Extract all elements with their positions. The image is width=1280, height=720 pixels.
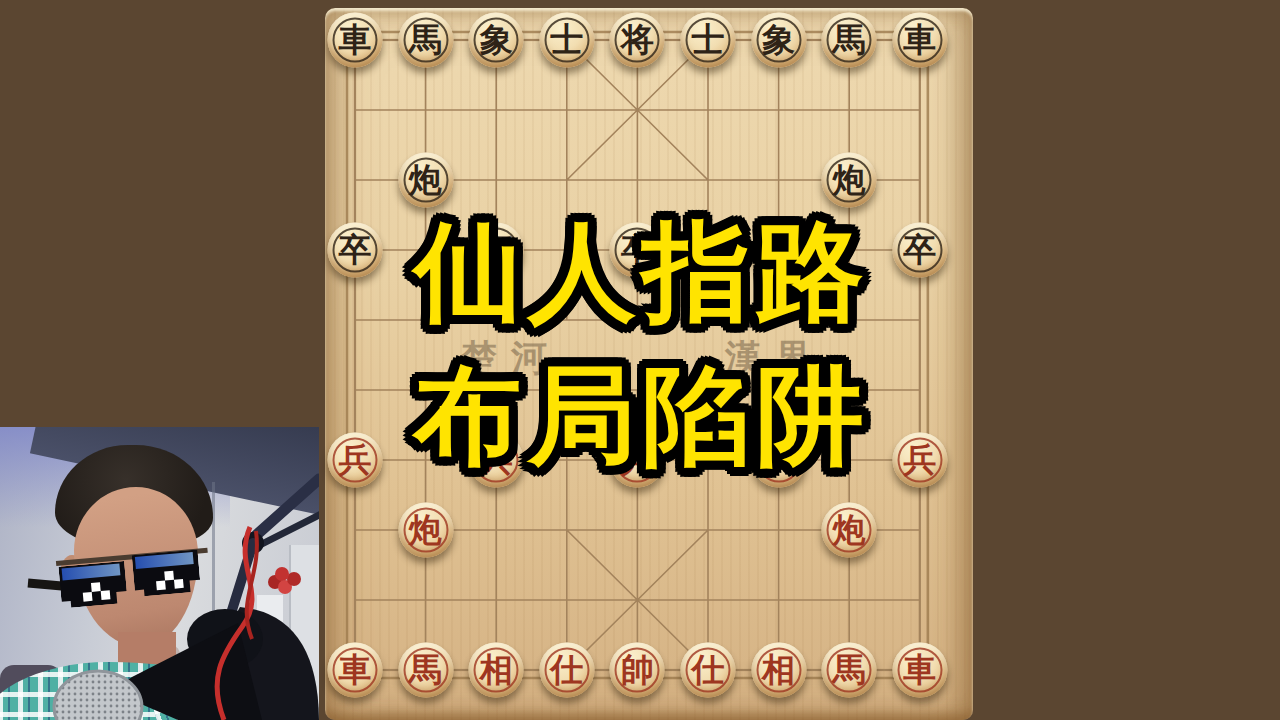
piece-glyph: 仕 [550, 653, 583, 686]
piece-red-soldier[interactable]: 兵 [328, 433, 383, 488]
piece-red-elephant[interactable]: 相 [751, 643, 806, 698]
streamer-webcam [0, 427, 319, 720]
piece-black-advisor[interactable]: 士 [539, 13, 594, 68]
piece-black-chariot[interactable]: 車 [892, 13, 947, 68]
piece-glyph: 炮 [409, 513, 442, 546]
piece-red-elephant[interactable]: 相 [469, 643, 524, 698]
piece-black-soldier[interactable]: 卒 [892, 223, 947, 278]
piece-glyph: 車 [903, 23, 936, 56]
mic-grille [54, 671, 142, 720]
piece-glyph: 兵 [903, 443, 936, 476]
piece-glyph: 馬 [409, 653, 442, 686]
piece-black-chariot[interactable]: 車 [328, 13, 383, 68]
piece-glyph: 車 [903, 653, 936, 686]
piece-red-horse[interactable]: 馬 [822, 643, 877, 698]
piece-glyph: 炮 [833, 513, 866, 546]
piece-glyph: 仕 [692, 653, 725, 686]
piece-glyph: 馬 [409, 23, 442, 56]
piece-black-horse[interactable]: 馬 [822, 13, 877, 68]
piece-glyph: 卒 [903, 233, 936, 266]
piece-black-elephant[interactable]: 象 [469, 13, 524, 68]
video-frame: 楚河 漢界 車馬象士将士象馬車炮炮卒卒卒卒卒兵兵兵兵兵炮炮車馬相仕帥仕相馬車 [0, 0, 1280, 720]
piece-glyph: 象 [480, 23, 513, 56]
piece-red-advisor[interactable]: 仕 [681, 643, 736, 698]
caption-line-1: 仙人指路 [414, 200, 870, 344]
piece-glyph: 象 [762, 23, 795, 56]
piece-glyph: 炮 [833, 163, 866, 196]
piece-red-general[interactable]: 帥 [610, 643, 665, 698]
piece-glyph: 炮 [409, 163, 442, 196]
piece-glyph: 帥 [621, 653, 654, 686]
piece-glyph: 卒 [339, 233, 372, 266]
caption-overlay: 仙人指路 布局陷阱 [414, 200, 870, 487]
piece-glyph: 士 [692, 23, 725, 56]
piece-glyph: 馬 [833, 653, 866, 686]
piece-red-chariot[interactable]: 車 [328, 643, 383, 698]
piece-red-soldier[interactable]: 兵 [892, 433, 947, 488]
piece-black-horse[interactable]: 馬 [398, 13, 453, 68]
piece-black-general[interactable]: 将 [610, 13, 665, 68]
piece-red-horse[interactable]: 馬 [398, 643, 453, 698]
piece-red-cannon[interactable]: 炮 [822, 503, 877, 558]
piece-red-chariot[interactable]: 車 [892, 643, 947, 698]
caption-line-2: 布局陷阱 [414, 344, 870, 488]
piece-red-cannon[interactable]: 炮 [398, 503, 453, 558]
piece-glyph: 相 [480, 653, 513, 686]
piece-red-advisor[interactable]: 仕 [539, 643, 594, 698]
piece-black-soldier[interactable]: 卒 [328, 223, 383, 278]
piece-glyph: 相 [762, 653, 795, 686]
piece-glyph: 車 [339, 23, 372, 56]
piece-glyph: 車 [339, 653, 372, 686]
piece-black-advisor[interactable]: 士 [681, 13, 736, 68]
piece-black-elephant[interactable]: 象 [751, 13, 806, 68]
piece-glyph: 兵 [339, 443, 372, 476]
piece-glyph: 馬 [833, 23, 866, 56]
microphone-rig [0, 427, 319, 720]
piece-glyph: 将 [621, 23, 654, 56]
piece-glyph: 士 [550, 23, 583, 56]
